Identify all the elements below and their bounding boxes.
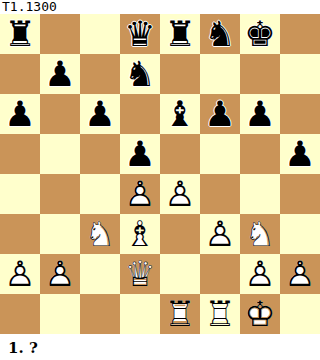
square-a7[interactable] bbox=[0, 54, 40, 94]
square-h2[interactable]: ♟♙ bbox=[280, 254, 320, 294]
black-piece-glyph: ♜ bbox=[0, 14, 40, 54]
black-pawn-f6[interactable]: ♟ bbox=[200, 94, 240, 134]
square-h7[interactable] bbox=[280, 54, 320, 94]
square-e8[interactable]: ♜ bbox=[160, 14, 200, 54]
square-d6[interactable] bbox=[120, 94, 160, 134]
black-piece-glyph: ♞ bbox=[120, 54, 160, 94]
white-pawn-h2[interactable]: ♟♙ bbox=[280, 254, 320, 294]
square-f2[interactable] bbox=[200, 254, 240, 294]
square-b7[interactable]: ♟ bbox=[40, 54, 80, 94]
black-bishop-e6[interactable]: ♝ bbox=[160, 94, 200, 134]
square-e5[interactable] bbox=[160, 134, 200, 174]
square-h4[interactable] bbox=[280, 174, 320, 214]
square-g7[interactable] bbox=[240, 54, 280, 94]
square-b8[interactable] bbox=[40, 14, 80, 54]
black-piece-glyph: ♟ bbox=[240, 94, 280, 134]
square-e3[interactable] bbox=[160, 214, 200, 254]
square-a8[interactable]: ♜ bbox=[0, 14, 40, 54]
square-b1[interactable] bbox=[40, 294, 80, 334]
square-g3[interactable]: ♞♘ bbox=[240, 214, 280, 254]
move-prompt: 1. ? bbox=[0, 334, 320, 357]
white-rook-f1[interactable]: ♜♖ bbox=[200, 294, 240, 334]
white-piece-outline: ♘ bbox=[240, 214, 280, 254]
square-b3[interactable] bbox=[40, 214, 80, 254]
square-g2[interactable]: ♟♙ bbox=[240, 254, 280, 294]
white-pawn-a2[interactable]: ♟♙ bbox=[0, 254, 40, 294]
white-rook-e1[interactable]: ♜♖ bbox=[160, 294, 200, 334]
square-f7[interactable] bbox=[200, 54, 240, 94]
black-queen-d8[interactable]: ♛ bbox=[120, 14, 160, 54]
square-a1[interactable] bbox=[0, 294, 40, 334]
white-piece-outline: ♘ bbox=[80, 214, 120, 254]
white-knight-g3[interactable]: ♞♘ bbox=[240, 214, 280, 254]
square-c6[interactable]: ♟ bbox=[80, 94, 120, 134]
black-pawn-h5[interactable]: ♟ bbox=[280, 134, 320, 174]
black-piece-glyph: ♟ bbox=[40, 54, 80, 94]
black-piece-glyph: ♜ bbox=[160, 14, 200, 54]
black-pawn-g6[interactable]: ♟ bbox=[240, 94, 280, 134]
white-bishop-d3[interactable]: ♝♗ bbox=[120, 214, 160, 254]
black-piece-glyph: ♞ bbox=[200, 14, 240, 54]
white-piece-outline: ♖ bbox=[200, 294, 240, 334]
white-pawn-f3[interactable]: ♟♙ bbox=[200, 214, 240, 254]
black-pawn-b7[interactable]: ♟ bbox=[40, 54, 80, 94]
square-d1[interactable] bbox=[120, 294, 160, 334]
square-h3[interactable] bbox=[280, 214, 320, 254]
square-a3[interactable] bbox=[0, 214, 40, 254]
square-c4[interactable] bbox=[80, 174, 120, 214]
square-e4[interactable]: ♟♙ bbox=[160, 174, 200, 214]
square-a4[interactable] bbox=[0, 174, 40, 214]
black-king-g8[interactable]: ♚ bbox=[240, 14, 280, 54]
white-pawn-b2[interactable]: ♟♙ bbox=[40, 254, 80, 294]
white-piece-outline: ♙ bbox=[280, 254, 320, 294]
square-g8[interactable]: ♚ bbox=[240, 14, 280, 54]
square-d2[interactable]: ♛♕ bbox=[120, 254, 160, 294]
square-e7[interactable] bbox=[160, 54, 200, 94]
square-a5[interactable] bbox=[0, 134, 40, 174]
square-f4[interactable] bbox=[200, 174, 240, 214]
black-pawn-a6[interactable]: ♟ bbox=[0, 94, 40, 134]
square-g1[interactable]: ♚♔ bbox=[240, 294, 280, 334]
square-h1[interactable] bbox=[280, 294, 320, 334]
white-piece-outline: ♖ bbox=[160, 294, 200, 334]
white-pawn-e4[interactable]: ♟♙ bbox=[160, 174, 200, 214]
square-d8[interactable]: ♛ bbox=[120, 14, 160, 54]
square-c2[interactable] bbox=[80, 254, 120, 294]
square-h6[interactable] bbox=[280, 94, 320, 134]
black-piece-glyph: ♟ bbox=[0, 94, 40, 134]
chess-puzzle-window: T1.1300 ♜♛♜♞♚♟♞♟♟♝♟♟♟♟♟♙♟♙♞♘♝♗♟♙♞♘♟♙♟♙♛♕… bbox=[0, 0, 320, 360]
square-a2[interactable]: ♟♙ bbox=[0, 254, 40, 294]
square-g6[interactable]: ♟ bbox=[240, 94, 280, 134]
white-pawn-d4[interactable]: ♟♙ bbox=[120, 174, 160, 214]
square-c8[interactable] bbox=[80, 14, 120, 54]
square-d4[interactable]: ♟♙ bbox=[120, 174, 160, 214]
black-pawn-c6[interactable]: ♟ bbox=[80, 94, 120, 134]
square-f6[interactable]: ♟ bbox=[200, 94, 240, 134]
square-c5[interactable] bbox=[80, 134, 120, 174]
puzzle-title: T1.1300 bbox=[0, 0, 320, 14]
black-piece-glyph: ♟ bbox=[280, 134, 320, 174]
square-g4[interactable] bbox=[240, 174, 280, 214]
square-a6[interactable]: ♟ bbox=[0, 94, 40, 134]
white-piece-outline: ♙ bbox=[120, 174, 160, 214]
black-rook-a8[interactable]: ♜ bbox=[0, 14, 40, 54]
square-e6[interactable]: ♝ bbox=[160, 94, 200, 134]
white-piece-outline: ♙ bbox=[240, 254, 280, 294]
white-piece-outline: ♙ bbox=[0, 254, 40, 294]
square-c3[interactable]: ♞♘ bbox=[80, 214, 120, 254]
square-c1[interactable] bbox=[80, 294, 120, 334]
white-piece-outline: ♙ bbox=[40, 254, 80, 294]
square-b2[interactable]: ♟♙ bbox=[40, 254, 80, 294]
black-piece-glyph: ♚ bbox=[240, 14, 280, 54]
square-e1[interactable]: ♜♖ bbox=[160, 294, 200, 334]
square-b4[interactable] bbox=[40, 174, 80, 214]
black-piece-glyph: ♟ bbox=[80, 94, 120, 134]
white-king-g1[interactable]: ♚♔ bbox=[240, 294, 280, 334]
black-knight-f8[interactable]: ♞ bbox=[200, 14, 240, 54]
square-d3[interactable]: ♝♗ bbox=[120, 214, 160, 254]
black-pawn-d5[interactable]: ♟ bbox=[120, 134, 160, 174]
white-piece-outline: ♕ bbox=[120, 254, 160, 294]
chess-board: ♜♛♜♞♚♟♞♟♟♝♟♟♟♟♟♙♟♙♞♘♝♗♟♙♞♘♟♙♟♙♛♕♟♙♟♙♜♖♜♖… bbox=[0, 14, 320, 334]
black-piece-glyph: ♛ bbox=[120, 14, 160, 54]
square-e2[interactable] bbox=[160, 254, 200, 294]
white-queen-d2[interactable]: ♛♕ bbox=[120, 254, 160, 294]
white-pawn-g2[interactable]: ♟♙ bbox=[240, 254, 280, 294]
black-knight-d7[interactable]: ♞ bbox=[120, 54, 160, 94]
square-c7[interactable] bbox=[80, 54, 120, 94]
black-piece-glyph: ♟ bbox=[120, 134, 160, 174]
black-rook-e8[interactable]: ♜ bbox=[160, 14, 200, 54]
black-piece-glyph: ♟ bbox=[200, 94, 240, 134]
square-h5[interactable]: ♟ bbox=[280, 134, 320, 174]
white-piece-outline: ♔ bbox=[240, 294, 280, 334]
white-knight-c3[interactable]: ♞♘ bbox=[80, 214, 120, 254]
square-d5[interactable]: ♟ bbox=[120, 134, 160, 174]
square-f5[interactable] bbox=[200, 134, 240, 174]
square-b5[interactable] bbox=[40, 134, 80, 174]
square-d7[interactable]: ♞ bbox=[120, 54, 160, 94]
square-f3[interactable]: ♟♙ bbox=[200, 214, 240, 254]
square-f1[interactable]: ♜♖ bbox=[200, 294, 240, 334]
square-b6[interactable] bbox=[40, 94, 80, 134]
square-f8[interactable]: ♞ bbox=[200, 14, 240, 54]
white-piece-outline: ♙ bbox=[200, 214, 240, 254]
square-h8[interactable] bbox=[280, 14, 320, 54]
square-g5[interactable] bbox=[240, 134, 280, 174]
white-piece-outline: ♙ bbox=[160, 174, 200, 214]
black-piece-glyph: ♝ bbox=[160, 94, 200, 134]
white-piece-outline: ♗ bbox=[120, 214, 160, 254]
